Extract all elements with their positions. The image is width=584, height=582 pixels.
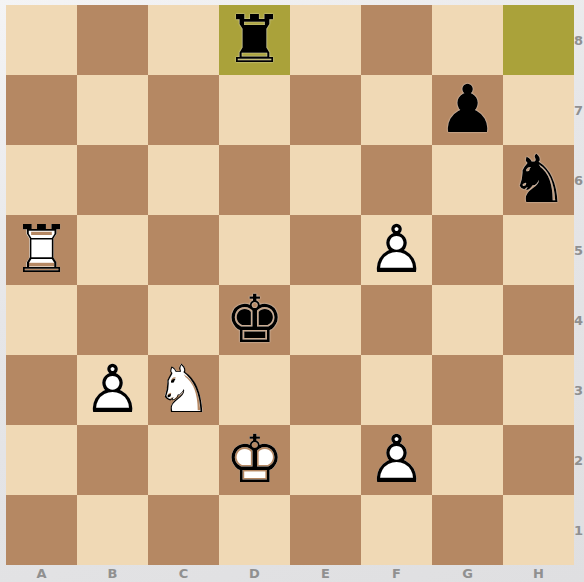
square-g4[interactable]: [432, 285, 503, 355]
file-label-f: F: [361, 565, 432, 582]
file-label-e: E: [290, 565, 361, 582]
square-c1[interactable]: [148, 495, 219, 565]
file-label-g: G: [432, 565, 503, 582]
white-pawn[interactable]: ♟♙: [77, 355, 148, 425]
rank-label-6: 6: [573, 145, 584, 215]
square-h4[interactable]: [503, 285, 574, 355]
black-knight-glyph: ♞: [503, 145, 574, 215]
rank-label-1: 1: [573, 495, 584, 565]
file-label-d: D: [219, 565, 290, 582]
black-knight[interactable]: ♞: [503, 145, 574, 215]
square-a1[interactable]: [6, 495, 77, 565]
white-knight[interactable]: ♞♘: [148, 355, 219, 425]
square-a6[interactable]: [6, 145, 77, 215]
square-b1[interactable]: [77, 495, 148, 565]
white-pawn[interactable]: ♟♙: [361, 425, 432, 495]
square-f4[interactable]: [361, 285, 432, 355]
square-c2[interactable]: [148, 425, 219, 495]
file-label-h: H: [503, 565, 574, 582]
square-e8[interactable]: [290, 5, 361, 75]
square-c5[interactable]: [148, 215, 219, 285]
rank-label-5: 5: [573, 215, 584, 285]
square-h7[interactable]: [503, 75, 574, 145]
square-f2[interactable]: ♟♙: [361, 425, 432, 495]
square-b7[interactable]: [77, 75, 148, 145]
square-a5[interactable]: ♜♖: [6, 215, 77, 285]
square-g8[interactable]: [432, 5, 503, 75]
file-label-a: A: [6, 565, 77, 582]
square-d5[interactable]: [219, 215, 290, 285]
square-h8[interactable]: [503, 5, 574, 75]
square-b3[interactable]: ♟♙: [77, 355, 148, 425]
square-d1[interactable]: [219, 495, 290, 565]
square-b6[interactable]: [77, 145, 148, 215]
square-e4[interactable]: [290, 285, 361, 355]
square-e5[interactable]: [290, 215, 361, 285]
white-pawn[interactable]: ♟♙: [361, 215, 432, 285]
square-e7[interactable]: [290, 75, 361, 145]
square-e6[interactable]: [290, 145, 361, 215]
square-d8[interactable]: ♜: [219, 5, 290, 75]
square-b8[interactable]: [77, 5, 148, 75]
square-a2[interactable]: [6, 425, 77, 495]
square-h1[interactable]: [503, 495, 574, 565]
square-g5[interactable]: [432, 215, 503, 285]
black-rook-glyph: ♜: [219, 5, 290, 75]
square-c8[interactable]: [148, 5, 219, 75]
chess-board: ♜♟♞♜♖♟♙♚♟♙♞♘♚♔♟♙: [6, 5, 574, 565]
white-rook[interactable]: ♜♖: [6, 215, 77, 285]
square-a7[interactable]: [6, 75, 77, 145]
square-g6[interactable]: [432, 145, 503, 215]
square-h2[interactable]: [503, 425, 574, 495]
white-king-outline: ♔: [219, 425, 290, 495]
file-labels: ABCDEFGH: [6, 565, 574, 582]
square-d6[interactable]: [219, 145, 290, 215]
square-f1[interactable]: [361, 495, 432, 565]
rank-labels: 87654321: [573, 5, 584, 565]
square-f3[interactable]: [361, 355, 432, 425]
rank-label-4: 4: [573, 285, 584, 355]
file-label-b: B: [77, 565, 148, 582]
white-knight-outline: ♘: [148, 355, 219, 425]
file-label-c: C: [148, 565, 219, 582]
square-a8[interactable]: [6, 5, 77, 75]
square-f6[interactable]: [361, 145, 432, 215]
square-d4[interactable]: ♚: [219, 285, 290, 355]
square-c3[interactable]: ♞♘: [148, 355, 219, 425]
black-king-glyph: ♚: [219, 285, 290, 355]
rank-label-2: 2: [573, 425, 584, 495]
square-b2[interactable]: [77, 425, 148, 495]
black-pawn[interactable]: ♟: [432, 75, 503, 145]
square-c4[interactable]: [148, 285, 219, 355]
square-b4[interactable]: [77, 285, 148, 355]
square-a3[interactable]: [6, 355, 77, 425]
white-king[interactable]: ♚♔: [219, 425, 290, 495]
square-a4[interactable]: [6, 285, 77, 355]
white-rook-outline: ♖: [6, 215, 77, 285]
square-d2[interactable]: ♚♔: [219, 425, 290, 495]
square-e3[interactable]: [290, 355, 361, 425]
rank-label-8: 8: [573, 5, 584, 75]
square-h6[interactable]: ♞: [503, 145, 574, 215]
square-h3[interactable]: [503, 355, 574, 425]
black-rook[interactable]: ♜: [219, 5, 290, 75]
black-pawn-glyph: ♟: [432, 75, 503, 145]
square-d7[interactable]: [219, 75, 290, 145]
square-e1[interactable]: [290, 495, 361, 565]
rank-label-3: 3: [573, 355, 584, 425]
rank-label-7: 7: [573, 75, 584, 145]
square-g3[interactable]: [432, 355, 503, 425]
square-g2[interactable]: [432, 425, 503, 495]
square-e2[interactable]: [290, 425, 361, 495]
page-background: ♜♟♞♜♖♟♙♚♟♙♞♘♚♔♟♙ ABCDEFGH 87654321: [0, 0, 584, 582]
square-g1[interactable]: [432, 495, 503, 565]
square-h5[interactable]: [503, 215, 574, 285]
white-pawn-outline: ♙: [361, 215, 432, 285]
black-king[interactable]: ♚: [219, 285, 290, 355]
white-pawn-outline: ♙: [77, 355, 148, 425]
square-f5[interactable]: ♟♙: [361, 215, 432, 285]
square-c7[interactable]: [148, 75, 219, 145]
white-pawn-outline: ♙: [361, 425, 432, 495]
square-b5[interactable]: [77, 215, 148, 285]
square-c6[interactable]: [148, 145, 219, 215]
square-f8[interactable]: [361, 5, 432, 75]
square-g7[interactable]: ♟: [432, 75, 503, 145]
square-d3[interactable]: [219, 355, 290, 425]
square-f7[interactable]: [361, 75, 432, 145]
